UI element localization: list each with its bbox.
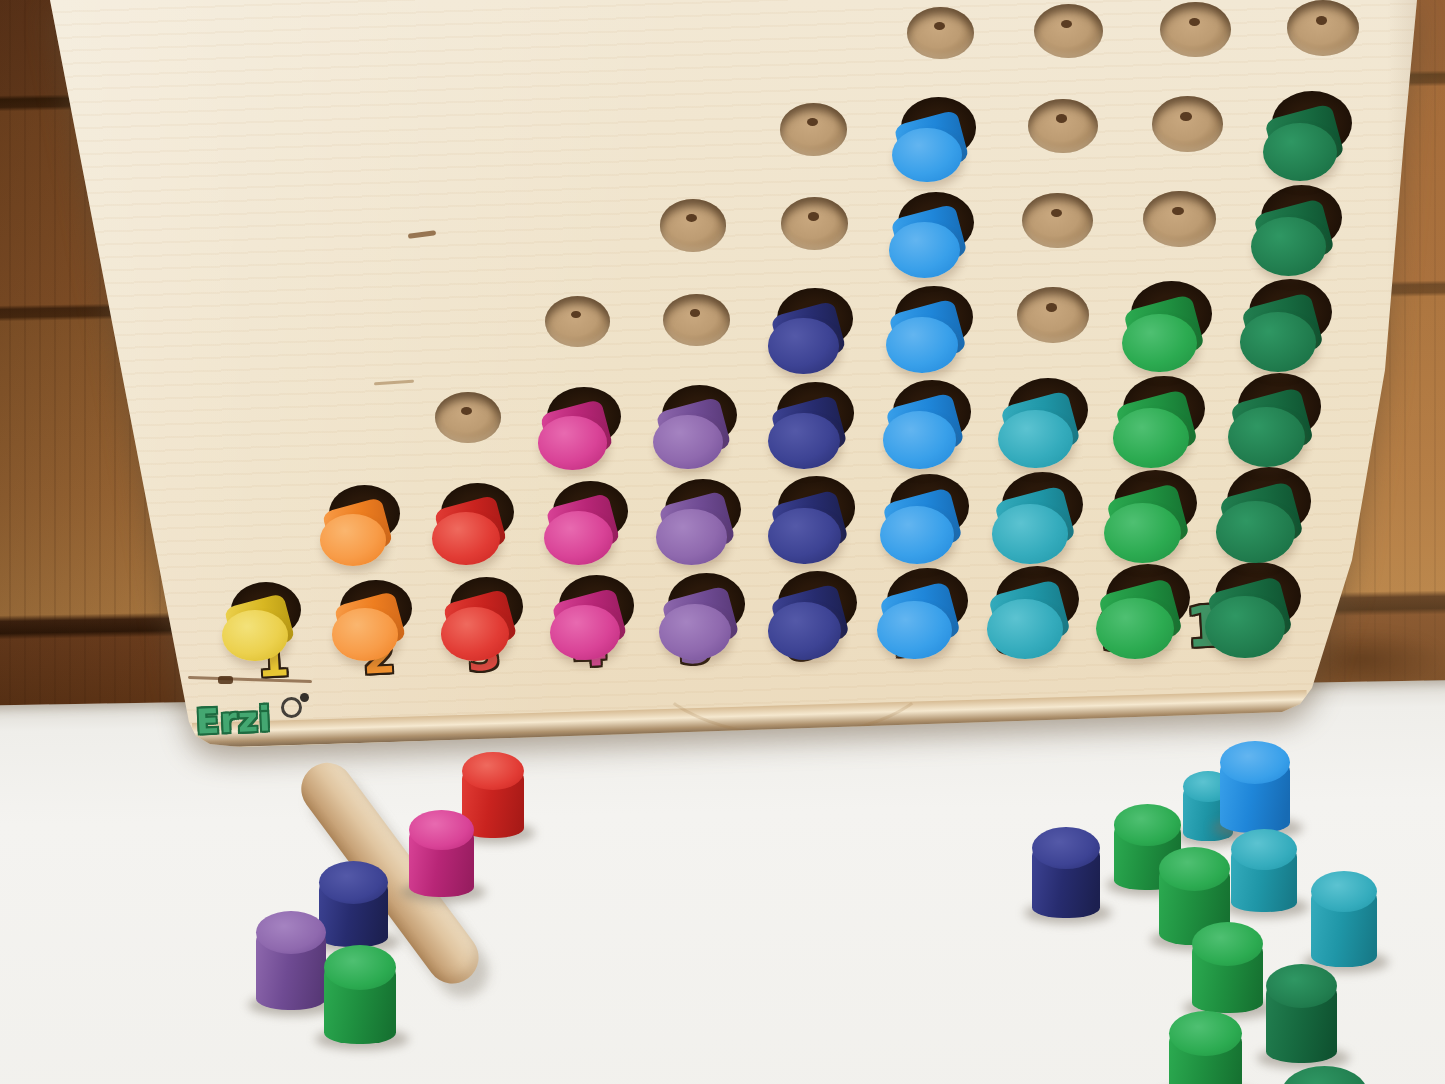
loose-peg-left-4-green[interactable] <box>324 945 396 1044</box>
peg-top-face <box>1282 1066 1367 1084</box>
scene: 12345678910 Erzi <box>0 0 1445 1084</box>
peg-top-face <box>1159 847 1230 891</box>
loose-peg-left-2-darkblue[interactable] <box>319 861 388 947</box>
loose-peg-right-3-darkblue[interactable] <box>1032 827 1100 918</box>
loose-peg-right-4-teal[interactable] <box>1231 829 1297 912</box>
peg-top-face <box>1032 827 1100 869</box>
peg-top-face <box>319 861 388 904</box>
peg-top-face <box>1231 829 1297 870</box>
loose-peg-right-7-green[interactable] <box>1192 922 1263 1013</box>
loose-peg-right-1-azure[interactable] <box>1220 741 1290 833</box>
peg-top-face <box>409 810 474 850</box>
loose-peg-left-3-purple[interactable] <box>256 911 326 1010</box>
peg-top-face <box>1220 741 1290 784</box>
loose-peg-right-8-darkgreen[interactable] <box>1266 964 1337 1063</box>
peg-top-face <box>1169 1011 1242 1056</box>
loose-pieces-layer <box>0 0 1445 1084</box>
loose-peg-right-10-darkgreen[interactable] <box>1282 1066 1367 1084</box>
loose-peg-left-1-magenta[interactable] <box>409 810 474 897</box>
peg-top-face <box>1114 804 1181 846</box>
loose-peg-right-6-teal[interactable] <box>1311 871 1377 967</box>
peg-top-face <box>1192 922 1263 966</box>
peg-top-face <box>324 945 396 990</box>
peg-top-face <box>1266 964 1337 1008</box>
loose-peg-right-9-green[interactable] <box>1169 1011 1242 1084</box>
peg-top-face <box>1311 871 1377 912</box>
peg-top-face <box>256 911 326 954</box>
